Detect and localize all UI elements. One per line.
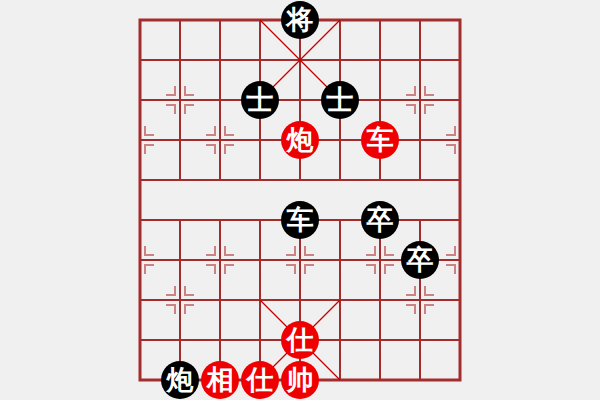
black-chariot[interactable]: 车 <box>281 201 319 239</box>
xiangqi-board: 将士士炮车车卒卒仕炮相仕帅 <box>0 0 600 400</box>
piece-grid[interactable]: 将士士炮车车卒卒仕炮相仕帅 <box>120 0 480 400</box>
black-soldier-1[interactable]: 卒 <box>361 201 399 239</box>
red-advisor-corner[interactable]: 仕 <box>241 361 279 399</box>
black-general[interactable]: 将 <box>281 1 319 39</box>
black-advisor-left[interactable]: 士 <box>241 81 279 119</box>
red-advisor-center[interactable]: 仕 <box>281 321 319 359</box>
black-soldier-2[interactable]: 卒 <box>401 241 439 279</box>
red-elephant[interactable]: 相 <box>201 361 239 399</box>
black-advisor-right[interactable]: 士 <box>321 81 359 119</box>
red-cannon[interactable]: 炮 <box>281 121 319 159</box>
red-general[interactable]: 帅 <box>281 361 319 399</box>
black-cannon[interactable]: 炮 <box>161 361 199 399</box>
red-chariot[interactable]: 车 <box>361 121 399 159</box>
